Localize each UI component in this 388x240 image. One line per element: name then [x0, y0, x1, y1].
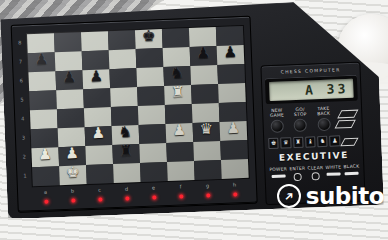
enter-label: ENTER [289, 166, 305, 172]
piece-key-bishop-button[interactable]: ♝ [305, 136, 316, 147]
brand-label: CHESS COMPUTER [262, 67, 360, 76]
piece-key-pawn-button[interactable]: ♟ [329, 135, 340, 146]
white-label: WHITE [325, 164, 341, 170]
square-f2[interactable] [166, 142, 194, 162]
square-h1[interactable] [221, 159, 249, 179]
black-pawn: ♟ [55, 68, 83, 88]
black-pawn: ♟ [28, 50, 56, 70]
file-label-e: e [140, 184, 167, 192]
file-led-f [167, 192, 194, 200]
file-label-d: d [113, 185, 140, 193]
square-e4[interactable] [138, 105, 166, 125]
square-b8[interactable] [54, 32, 82, 52]
white-rook: ♜ [164, 83, 192, 103]
square-c1[interactable] [86, 164, 114, 184]
file-label-f: f [167, 183, 194, 191]
rank-label-3: 3 [19, 128, 29, 147]
square-f8[interactable] [162, 28, 190, 48]
board-squares: ♚♟♟♟♟♟♞♜♟♞♟♛♟♟♟♜♚ [26, 25, 250, 187]
rank-label-8: 8 [15, 33, 25, 52]
piece-key-rook-button[interactable]: ♜ [293, 137, 304, 148]
square-e7[interactable] [136, 48, 164, 68]
square-g1[interactable] [194, 160, 222, 180]
black-pawn: ♟ [82, 67, 110, 87]
square-h6[interactable] [217, 64, 245, 84]
square-b6[interactable]: ♟ [55, 70, 83, 90]
black-label: BLACK [343, 164, 359, 170]
take-back-button[interactable] [317, 118, 330, 131]
square-h2[interactable] [220, 140, 248, 160]
subito-logo-text: subito [306, 183, 384, 209]
black-knight: ♞ [163, 64, 191, 84]
file-label-b: b [59, 187, 86, 195]
piece-key-king-button[interactable]: ♚ [268, 138, 279, 149]
file-label-a: a [32, 188, 59, 196]
square-b4[interactable] [57, 108, 85, 128]
take-back-label: TAKE BACK [313, 106, 335, 117]
black-king: ♚ [135, 27, 163, 47]
square-h3[interactable]: ♟ [220, 121, 248, 141]
file-led-a [32, 197, 59, 205]
square-e8[interactable]: ♚ [135, 29, 163, 49]
file-led-g [194, 191, 221, 199]
white-pawn: ♟ [219, 118, 247, 138]
lcd-value: A 33 [269, 79, 354, 101]
white-queen: ♛ [192, 119, 220, 139]
file-led-h [221, 190, 248, 198]
square-e3[interactable] [139, 124, 167, 144]
black-pawn: ♟ [217, 42, 245, 62]
rank-label-1: 1 [20, 166, 30, 185]
square-e1[interactable] [140, 162, 168, 182]
new-game-button[interactable] [271, 119, 284, 132]
file-led-e [140, 193, 167, 201]
square-a6[interactable] [28, 71, 56, 91]
square-e6[interactable] [136, 67, 164, 87]
square-e5[interactable] [137, 86, 165, 106]
clear-label: CLEAR [307, 165, 323, 171]
square-d6[interactable] [109, 68, 137, 88]
piece-key-queen-button[interactable]: ♛ [280, 137, 291, 148]
option-key-2[interactable] [335, 120, 356, 129]
go-stop-button[interactable] [294, 119, 307, 132]
file-label-c: c [86, 186, 113, 194]
white-pawn: ♟ [58, 144, 86, 164]
go-stop-label: GO/ STOP [289, 106, 311, 117]
square-c6[interactable]: ♟ [82, 69, 110, 89]
white-pawn: ♟ [165, 120, 193, 140]
square-h5[interactable] [218, 83, 246, 103]
black-pawn: ♟ [190, 44, 218, 64]
square-d8[interactable] [108, 30, 136, 50]
file-led-d [113, 194, 140, 202]
scene: 87654321 ♚♟♟♟♟♟♞♜♟♞♟♛♟♟♟♜♚ abcdefgh CHES… [0, 0, 388, 218]
square-d5[interactable] [110, 87, 138, 107]
square-a7[interactable]: ♟ [28, 52, 56, 72]
enter-button[interactable] [293, 173, 301, 181]
rank-label-5: 5 [17, 90, 27, 109]
power-label: POWER [269, 166, 287, 172]
option-key-1[interactable] [337, 110, 358, 119]
square-g7[interactable]: ♟ [190, 46, 218, 66]
white-slider[interactable] [327, 172, 341, 175]
power-switch[interactable] [271, 174, 285, 177]
square-c8[interactable] [81, 31, 109, 51]
square-h7[interactable]: ♟ [217, 45, 245, 65]
square-f1[interactable] [167, 161, 195, 181]
square-d1[interactable] [113, 163, 141, 183]
square-a1[interactable] [32, 166, 60, 186]
square-b5[interactable] [56, 89, 84, 109]
new-game-label: NEW GAME [266, 107, 288, 118]
square-c2[interactable] [85, 145, 113, 165]
file-label-h: h [221, 181, 248, 189]
subito-watermark: ➔ subito [277, 183, 384, 209]
black-knight: ♞ [112, 123, 140, 143]
black-slider[interactable] [345, 172, 359, 175]
file-led-c [86, 195, 113, 203]
white-king: ♚ [59, 163, 87, 183]
square-c3[interactable]: ♟ [85, 126, 113, 146]
model-name: EXECUTIVE [265, 149, 363, 163]
square-g3[interactable]: ♛ [193, 122, 221, 142]
board-frame: 87654321 ♚♟♟♟♟♟♞♜♟♞♟♛♟♟♟♜♚ abcdefgh [11, 16, 258, 213]
square-d2[interactable]: ♜ [112, 144, 140, 164]
square-a4[interactable] [30, 109, 58, 129]
white-pawn: ♟ [85, 124, 113, 144]
square-a5[interactable] [29, 90, 57, 110]
lcd-display: A 33 [265, 75, 358, 105]
clear-button[interactable] [312, 172, 320, 180]
rank-label-7: 7 [16, 52, 26, 71]
piece-key-knight-button[interactable]: ♞ [317, 136, 328, 147]
rank-label-2: 2 [19, 147, 29, 166]
subito-logo-icon: ➔ [277, 184, 301, 208]
square-g6[interactable] [190, 65, 218, 85]
square-f5[interactable]: ♜ [164, 85, 192, 105]
file-label-g: g [194, 182, 221, 190]
option-key-3[interactable] [340, 137, 359, 146]
square-e2[interactable] [139, 143, 167, 163]
square-g2[interactable] [193, 141, 221, 161]
white-pawn: ♟ [31, 145, 59, 165]
rank-label-6: 6 [16, 71, 26, 90]
file-led-b [59, 196, 86, 204]
square-g5[interactable] [191, 84, 219, 104]
black-rook: ♜ [112, 142, 140, 162]
square-a2[interactable]: ♟ [31, 147, 59, 167]
rank-label-4: 4 [18, 109, 28, 128]
square-d7[interactable] [109, 49, 137, 69]
square-c5[interactable] [83, 88, 111, 108]
square-b1[interactable]: ♚ [59, 165, 87, 185]
square-f3[interactable]: ♟ [166, 123, 194, 143]
